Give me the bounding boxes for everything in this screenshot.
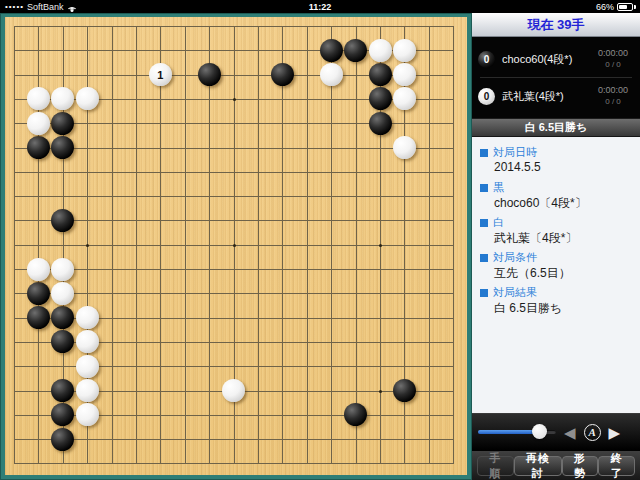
stone-white	[393, 87, 416, 110]
info-label-date: 対局日時	[493, 145, 537, 160]
white-periods: 0 / 0	[592, 96, 634, 107]
grid-line-h	[14, 463, 454, 464]
stone-black	[27, 282, 50, 305]
stone-black	[51, 330, 74, 353]
slider-thumb[interactable]	[532, 424, 547, 439]
carrier-label: SoftBank	[27, 2, 64, 12]
stone-white: 1	[149, 63, 172, 86]
playback-controls: ◀ A ▶	[472, 413, 640, 450]
battery-percent: 66%	[596, 2, 614, 12]
star-point	[86, 244, 89, 247]
bottom-toolbar: 手順 再検討 形勢 終了	[472, 450, 640, 480]
main-area: 1 現在 39手 0 choco60(4段*) 0:00:00 0 / 0 0	[0, 13, 640, 480]
stone-black	[27, 306, 50, 329]
grid-line-v	[307, 26, 308, 464]
info-value-result: 白 6.5目勝ち	[480, 300, 632, 316]
stone-black	[51, 306, 74, 329]
stone-white	[76, 355, 99, 378]
battery-nub	[634, 5, 636, 9]
bullet-icon	[480, 219, 488, 227]
stone-black	[344, 403, 367, 426]
move-slider[interactable]	[478, 425, 556, 439]
info-item-result: 対局結果 白 6.5目勝ち	[480, 285, 632, 316]
stone-black	[271, 63, 294, 86]
game-info-panel: 対局日時 2014.5.5 黒 choco60〔4段*〕 白 武礼葉〔4段*〕 …	[472, 137, 640, 413]
stone-white	[393, 63, 416, 86]
info-label-black: 黒	[493, 180, 504, 195]
move-counter-header: 現在 39手	[472, 13, 640, 37]
grid-line-h	[14, 269, 454, 270]
info-item-date: 対局日時 2014.5.5	[480, 145, 632, 176]
info-value-conditions: 互先（6.5目）	[480, 265, 632, 281]
stone-white	[27, 87, 50, 110]
star-point	[233, 244, 236, 247]
star-point	[379, 244, 382, 247]
stone-black	[51, 379, 74, 402]
info-item-conditions: 対局条件 互先（6.5目）	[480, 250, 632, 281]
player-row-black: 0 choco60(4段*) 0:00:00 0 / 0	[478, 41, 634, 77]
grid-line-v	[429, 26, 430, 464]
grid-line-v	[356, 26, 357, 464]
star-point	[379, 390, 382, 393]
grid-line-h	[14, 439, 454, 440]
grid-line-v	[282, 26, 283, 464]
stone-white	[76, 87, 99, 110]
stone-black	[369, 112, 392, 135]
grid-line-v	[331, 26, 332, 464]
shuryo-button[interactable]: 終了	[598, 456, 635, 476]
players-panel: 0 choco60(4段*) 0:00:00 0 / 0 0 武礼葉(4段*) …	[472, 37, 640, 118]
next-move-button[interactable]: ▶	[609, 425, 621, 440]
grid-line-v	[258, 26, 259, 464]
bullet-icon	[480, 289, 488, 297]
move-counter-label: 現在 39手	[527, 16, 584, 34]
black-time: 0:00:00	[598, 48, 628, 58]
stone-black	[51, 403, 74, 426]
stone-white	[320, 63, 343, 86]
stone-white	[76, 379, 99, 402]
stone-black	[369, 87, 392, 110]
stone-white	[27, 258, 50, 281]
auto-play-icon: A	[584, 424, 601, 441]
board-frame: 1	[0, 13, 472, 480]
grid-line-v	[453, 26, 454, 464]
grid-line-h	[14, 293, 454, 294]
stone-black	[51, 209, 74, 232]
stone-black	[369, 63, 392, 86]
prev-move-button[interactable]: ◀	[564, 425, 576, 440]
go-board[interactable]: 1	[5, 17, 467, 475]
stone-black	[51, 112, 74, 135]
auto-play-button[interactable]: A	[584, 424, 601, 441]
bullet-icon	[480, 254, 488, 262]
stone-white	[27, 112, 50, 135]
sidebar: 現在 39手 0 choco60(4段*) 0:00:00 0 / 0 0 武礼…	[472, 13, 640, 480]
white-player-clock: 0:00:00 0 / 0	[592, 85, 634, 107]
stone-black	[320, 39, 343, 62]
bullet-icon	[480, 149, 488, 157]
stone-white	[76, 306, 99, 329]
white-stone-badge: 0	[478, 88, 495, 105]
saikento-button[interactable]: 再検討	[514, 456, 562, 476]
stone-white	[76, 330, 99, 353]
black-periods: 0 / 0	[592, 59, 634, 70]
battery-icon	[617, 3, 633, 11]
stone-black	[393, 379, 416, 402]
info-item-white: 白 武礼葉〔4段*〕	[480, 215, 632, 246]
stone-black	[344, 39, 367, 62]
stone-black	[51, 136, 74, 159]
stone-black	[27, 136, 50, 159]
stone-white	[51, 258, 74, 281]
signal-strength-icon: •••••	[5, 2, 24, 11]
status-left: ••••• SoftBank	[0, 2, 200, 12]
white-time: 0:00:00	[598, 85, 628, 95]
info-label-result: 対局結果	[493, 285, 537, 300]
info-value-black: choco60〔4段*〕	[480, 195, 632, 211]
result-bar: 白 6.5目勝ち	[472, 118, 640, 137]
stone-white	[369, 39, 392, 62]
status-right: 66%	[440, 2, 640, 12]
wifi-icon	[67, 2, 78, 11]
info-value-date: 2014.5.5	[480, 160, 632, 176]
info-item-black: 黒 choco60〔4段*〕	[480, 180, 632, 211]
stone-white	[51, 87, 74, 110]
move-number-label: 1	[149, 63, 172, 86]
black-player-clock: 0:00:00 0 / 0	[592, 48, 634, 70]
stone-white	[51, 282, 74, 305]
stone-white	[222, 379, 245, 402]
stone-black	[198, 63, 221, 86]
info-value-white: 武礼葉〔4段*〕	[480, 230, 632, 246]
stone-white	[393, 136, 416, 159]
info-label-conditions: 対局条件	[493, 250, 537, 265]
keisei-button[interactable]: 形勢	[562, 456, 599, 476]
black-stone-badge: 0	[478, 51, 495, 68]
stone-white	[76, 403, 99, 426]
star-point	[233, 98, 236, 101]
stone-black	[51, 428, 74, 451]
stone-white	[393, 39, 416, 62]
black-player-name: choco60(4段*)	[502, 52, 585, 67]
white-player-name: 武礼葉(4段*)	[502, 89, 585, 104]
info-label-white: 白	[493, 215, 504, 230]
status-bar: ••••• SoftBank 11:22 66%	[0, 0, 640, 13]
clock: 11:22	[200, 2, 440, 12]
player-row-white: 0 武礼葉(4段*) 0:00:00 0 / 0	[478, 78, 634, 114]
app-screen: ••••• SoftBank 11:22 66% 1 現在 39手 0 choc…	[0, 0, 640, 480]
tejun-button[interactable]: 手順	[477, 456, 514, 476]
bullet-icon	[480, 184, 488, 192]
